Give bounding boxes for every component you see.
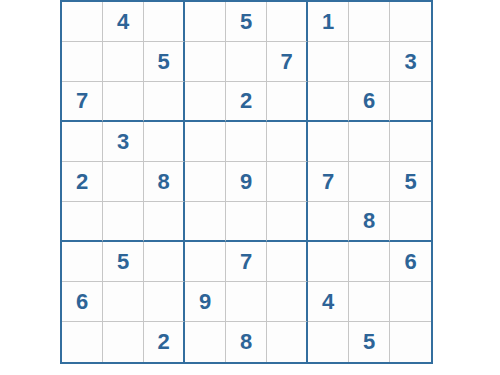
cell-r6c5[interactable] [226,202,267,242]
cell-r8c9[interactable] [390,282,431,322]
cell-r7c3[interactable] [144,242,185,282]
cell-r5c3[interactable]: 8 [144,162,185,202]
cell-r7c6[interactable] [267,242,308,282]
cell-r4c5[interactable] [226,122,267,162]
cell-r9c1[interactable] [62,322,103,362]
cell-r9c4[interactable] [185,322,226,362]
cell-r9c5[interactable]: 8 [226,322,267,362]
cell-r5c7[interactable]: 7 [308,162,349,202]
cell-r2c4[interactable] [185,42,226,82]
cell-r2c8[interactable] [349,42,390,82]
cell-r8c2[interactable] [103,282,144,322]
cell-r1c4[interactable] [185,2,226,42]
cell-r9c6[interactable] [267,322,308,362]
cell-r7c5[interactable]: 7 [226,242,267,282]
cell-r5c1[interactable]: 2 [62,162,103,202]
cell-r1c6[interactable] [267,2,308,42]
cell-r4c2[interactable]: 3 [103,122,144,162]
cell-r6c1[interactable] [62,202,103,242]
cell-r6c8[interactable]: 8 [349,202,390,242]
cell-r7c8[interactable] [349,242,390,282]
sudoku-board: 4515737263289758576694285 [60,0,433,364]
cell-r4c7[interactable] [308,122,349,162]
cell-r9c8[interactable]: 5 [349,322,390,362]
cell-r8c5[interactable] [226,282,267,322]
cell-r5c8[interactable] [349,162,390,202]
cell-r4c3[interactable] [144,122,185,162]
cell-r6c3[interactable] [144,202,185,242]
cell-r6c4[interactable] [185,202,226,242]
cell-r1c7[interactable]: 1 [308,2,349,42]
cell-r8c6[interactable] [267,282,308,322]
cell-r3c8[interactable]: 6 [349,82,390,122]
cell-r3c4[interactable] [185,82,226,122]
cell-r2c7[interactable] [308,42,349,82]
cell-r7c4[interactable] [185,242,226,282]
cell-r2c2[interactable] [103,42,144,82]
cell-r1c3[interactable] [144,2,185,42]
cell-r5c5[interactable]: 9 [226,162,267,202]
cell-r4c9[interactable] [390,122,431,162]
cell-r2c3[interactable]: 5 [144,42,185,82]
cell-r7c9[interactable]: 6 [390,242,431,282]
cell-r9c9[interactable] [390,322,431,362]
cell-r1c2[interactable]: 4 [103,2,144,42]
cell-r1c5[interactable]: 5 [226,2,267,42]
cell-r3c9[interactable] [390,82,431,122]
cell-r9c2[interactable] [103,322,144,362]
cell-r2c1[interactable] [62,42,103,82]
cell-r6c2[interactable] [103,202,144,242]
cell-r5c9[interactable]: 5 [390,162,431,202]
cell-r3c5[interactable]: 2 [226,82,267,122]
cell-r6c7[interactable] [308,202,349,242]
cell-r8c8[interactable] [349,282,390,322]
cell-r7c2[interactable]: 5 [103,242,144,282]
cell-r1c1[interactable] [62,2,103,42]
cell-r7c1[interactable] [62,242,103,282]
cell-r5c6[interactable] [267,162,308,202]
cell-r3c7[interactable] [308,82,349,122]
cell-r4c8[interactable] [349,122,390,162]
cell-r9c7[interactable] [308,322,349,362]
cell-r4c1[interactable] [62,122,103,162]
cell-r4c4[interactable] [185,122,226,162]
cell-r3c2[interactable] [103,82,144,122]
cell-r2c6[interactable]: 7 [267,42,308,82]
cell-r8c3[interactable] [144,282,185,322]
cell-r8c4[interactable]: 9 [185,282,226,322]
cell-r6c6[interactable] [267,202,308,242]
cell-r4c6[interactable] [267,122,308,162]
cell-r1c8[interactable] [349,2,390,42]
cell-r3c6[interactable] [267,82,308,122]
cell-r9c3[interactable]: 2 [144,322,185,362]
cell-r8c1[interactable]: 6 [62,282,103,322]
cell-r3c3[interactable] [144,82,185,122]
cell-r6c9[interactable] [390,202,431,242]
cell-r1c9[interactable] [390,2,431,42]
cell-r2c5[interactable] [226,42,267,82]
cell-r2c9[interactable]: 3 [390,42,431,82]
cell-r7c7[interactable] [308,242,349,282]
cell-r5c2[interactable] [103,162,144,202]
cell-r3c1[interactable]: 7 [62,82,103,122]
cell-r8c7[interactable]: 4 [308,282,349,322]
cell-r5c4[interactable] [185,162,226,202]
